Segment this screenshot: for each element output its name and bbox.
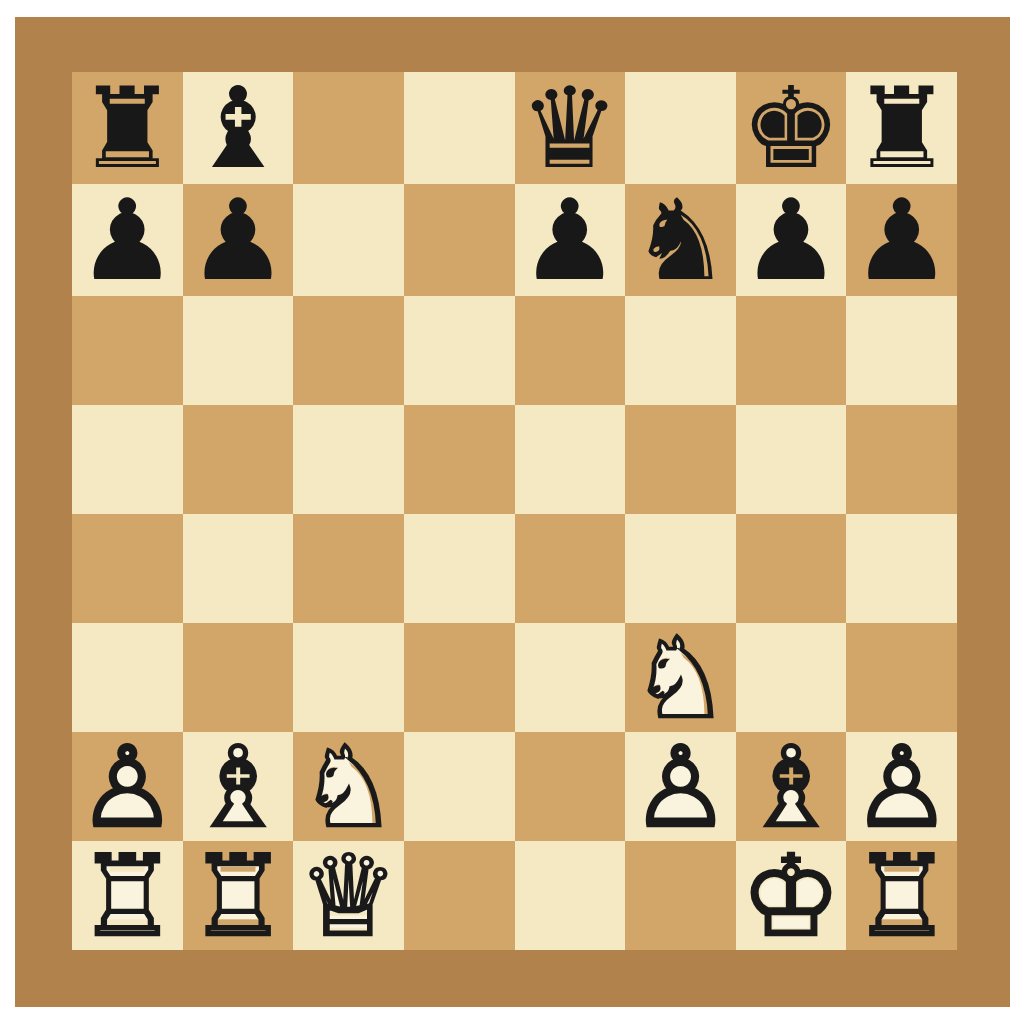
square-e4[interactable]	[515, 514, 626, 623]
white-piece-outline: ♔	[741, 840, 841, 952]
square-a3[interactable]	[72, 623, 183, 732]
square-b3[interactable]	[183, 623, 294, 732]
square-f1[interactable]	[625, 841, 736, 950]
square-g8[interactable]: ♚	[736, 72, 847, 184]
white-piece-outline: ♙	[851, 731, 951, 843]
square-e6[interactable]	[515, 296, 626, 405]
white-piece-outline: ♗	[741, 731, 841, 843]
chess-diagram: ♜♝♛♚♜♟♟♟♞♟♟♞♘♟♙♝♗♞♘♟♙♝♗♟♙♜♖♜♖♛♕♚♔♜♖	[0, 0, 1024, 1024]
square-b8[interactable]: ♝	[183, 72, 294, 184]
square-d7[interactable]	[404, 184, 515, 296]
square-h2[interactable]: ♟♙	[846, 732, 957, 841]
square-f8[interactable]	[625, 72, 736, 184]
square-a2[interactable]: ♟♙	[72, 732, 183, 841]
square-c2[interactable]: ♞♘	[293, 732, 404, 841]
white-piece-outline: ♕	[298, 840, 398, 952]
square-c6[interactable]	[293, 296, 404, 405]
square-g4[interactable]	[736, 514, 847, 623]
square-a1[interactable]: ♜♖	[72, 841, 183, 950]
black-piece-glyph: ♟	[851, 184, 951, 296]
square-c5[interactable]	[293, 405, 404, 514]
piece-black-rook: ♜	[846, 72, 957, 184]
square-f7[interactable]: ♞	[625, 184, 736, 296]
square-a8[interactable]: ♜	[72, 72, 183, 184]
piece-black-bishop: ♝	[183, 72, 294, 184]
square-c4[interactable]	[293, 514, 404, 623]
black-piece-glyph: ♜	[77, 72, 177, 184]
piece-white-rook: ♜♖	[72, 841, 183, 950]
board-frame: ♜♝♛♚♜♟♟♟♞♟♟♞♘♟♙♝♗♞♘♟♙♝♗♟♙♜♖♜♖♛♕♚♔♜♖	[15, 17, 1010, 1007]
piece-black-pawn: ♟	[515, 184, 626, 296]
piece-white-pawn: ♟♙	[625, 732, 736, 841]
square-c3[interactable]	[293, 623, 404, 732]
piece-white-knight: ♞♘	[293, 732, 404, 841]
square-g2[interactable]: ♝♗	[736, 732, 847, 841]
square-h8[interactable]: ♜	[846, 72, 957, 184]
piece-white-bishop: ♝♗	[736, 732, 847, 841]
square-b2[interactable]: ♝♗	[183, 732, 294, 841]
black-piece-glyph: ♟	[520, 184, 620, 296]
white-piece-outline: ♖	[851, 840, 951, 952]
black-piece-glyph: ♞	[630, 184, 730, 296]
square-g6[interactable]	[736, 296, 847, 405]
square-f2[interactable]: ♟♙	[625, 732, 736, 841]
piece-black-pawn: ♟	[72, 184, 183, 296]
square-d1[interactable]	[404, 841, 515, 950]
chess-board: ♜♝♛♚♜♟♟♟♞♟♟♞♘♟♙♝♗♞♘♟♙♝♗♟♙♜♖♜♖♛♕♚♔♜♖	[72, 72, 957, 950]
white-piece-outline: ♙	[77, 731, 177, 843]
square-c1[interactable]: ♛♕	[293, 841, 404, 950]
piece-white-knight: ♞♘	[625, 623, 736, 732]
square-b7[interactable]: ♟	[183, 184, 294, 296]
square-g1[interactable]: ♚♔	[736, 841, 847, 950]
square-b1[interactable]: ♜♖	[183, 841, 294, 950]
square-c8[interactable]	[293, 72, 404, 184]
square-a6[interactable]	[72, 296, 183, 405]
square-e3[interactable]	[515, 623, 626, 732]
square-b6[interactable]	[183, 296, 294, 405]
square-f5[interactable]	[625, 405, 736, 514]
square-e1[interactable]	[515, 841, 626, 950]
square-g5[interactable]	[736, 405, 847, 514]
black-piece-glyph: ♝	[188, 72, 288, 184]
square-h3[interactable]	[846, 623, 957, 732]
black-piece-glyph: ♚	[741, 72, 841, 184]
square-b5[interactable]	[183, 405, 294, 514]
square-c7[interactable]	[293, 184, 404, 296]
piece-white-king: ♚♔	[736, 841, 847, 950]
square-f3[interactable]: ♞♘	[625, 623, 736, 732]
square-h5[interactable]	[846, 405, 957, 514]
square-h7[interactable]: ♟	[846, 184, 957, 296]
square-d2[interactable]	[404, 732, 515, 841]
square-a4[interactable]	[72, 514, 183, 623]
piece-white-pawn: ♟♙	[72, 732, 183, 841]
piece-black-pawn: ♟	[736, 184, 847, 296]
square-d3[interactable]	[404, 623, 515, 732]
piece-white-pawn: ♟♙	[846, 732, 957, 841]
piece-white-rook: ♜♖	[183, 841, 294, 950]
white-piece-outline: ♖	[188, 840, 288, 952]
square-d8[interactable]	[404, 72, 515, 184]
piece-white-bishop: ♝♗	[183, 732, 294, 841]
piece-black-pawn: ♟	[846, 184, 957, 296]
square-h1[interactable]: ♜♖	[846, 841, 957, 950]
square-d5[interactable]	[404, 405, 515, 514]
piece-black-king: ♚	[736, 72, 847, 184]
piece-black-knight: ♞	[625, 184, 736, 296]
black-piece-glyph: ♜	[851, 72, 951, 184]
black-piece-glyph: ♟	[77, 184, 177, 296]
square-d6[interactable]	[404, 296, 515, 405]
white-piece-outline: ♘	[298, 731, 398, 843]
piece-black-pawn: ♟	[183, 184, 294, 296]
white-piece-outline: ♗	[188, 731, 288, 843]
square-e8[interactable]: ♛	[515, 72, 626, 184]
piece-white-rook: ♜♖	[846, 841, 957, 950]
square-e7[interactable]: ♟	[515, 184, 626, 296]
square-a7[interactable]: ♟	[72, 184, 183, 296]
square-h4[interactable]	[846, 514, 957, 623]
piece-black-rook: ♜	[72, 72, 183, 184]
black-piece-glyph: ♟	[188, 184, 288, 296]
square-f6[interactable]	[625, 296, 736, 405]
square-b4[interactable]	[183, 514, 294, 623]
white-piece-outline: ♘	[630, 622, 730, 734]
square-g7[interactable]: ♟	[736, 184, 847, 296]
white-piece-outline: ♖	[77, 840, 177, 952]
square-g3[interactable]	[736, 623, 847, 732]
black-piece-glyph: ♟	[741, 184, 841, 296]
square-f4[interactable]	[625, 514, 736, 623]
white-piece-outline: ♙	[630, 731, 730, 843]
square-h6[interactable]	[846, 296, 957, 405]
square-d4[interactable]	[404, 514, 515, 623]
black-piece-glyph: ♛	[520, 72, 620, 184]
piece-black-queen: ♛	[515, 72, 626, 184]
square-e5[interactable]	[515, 405, 626, 514]
square-a5[interactable]	[72, 405, 183, 514]
piece-white-queen: ♛♕	[293, 841, 404, 950]
square-e2[interactable]	[515, 732, 626, 841]
